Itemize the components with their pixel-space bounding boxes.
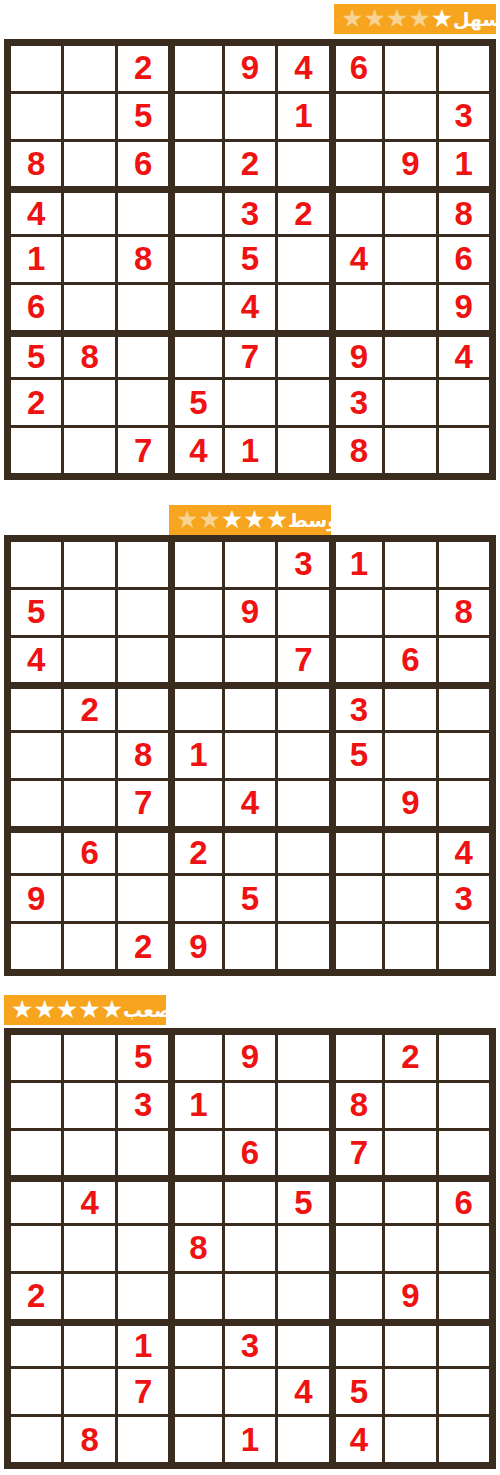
cell-r6c5[interactable] (225, 1274, 275, 1319)
banner-row-medium: ★★★★★ وسط (4, 505, 496, 535)
cell-r5c2[interactable] (64, 237, 114, 282)
cell-r2c6[interactable] (278, 590, 328, 635)
cell-r4c9[interactable]: 6 (439, 1178, 489, 1223)
cell-r8c6[interactable] (278, 380, 328, 425)
cell-r7c6[interactable] (278, 333, 328, 378)
cell-r9c2[interactable]: 8 (64, 1417, 114, 1462)
star-filled-icon: ★ (101, 996, 123, 1024)
cell-r4c4[interactable] (171, 1178, 221, 1223)
cell-r7c2[interactable] (64, 1322, 114, 1367)
cell-r5c3[interactable]: 8 (118, 733, 168, 778)
cell-r1c7[interactable] (332, 1035, 382, 1080)
cell-r1c1[interactable] (11, 542, 61, 587)
cell-r8c2[interactable] (64, 876, 114, 921)
cell-r7c3[interactable] (118, 829, 168, 874)
cell-r3c7[interactable]: 7 (332, 1131, 382, 1176)
cell-r4c9[interactable]: 8 (439, 189, 489, 234)
cell-r2c1[interactable] (11, 1083, 61, 1128)
difficulty-banner-medium: ★★★★★ وسط (169, 505, 331, 535)
cell-r5c3[interactable]: 8 (118, 237, 168, 282)
cell-r1c3[interactable]: 5 (118, 1035, 168, 1080)
star-filled-icon: ★ (431, 5, 453, 33)
cell-r9c9[interactable] (439, 924, 489, 969)
cell-r6c7[interactable] (332, 781, 382, 826)
cell-r5c9[interactable] (439, 1226, 489, 1271)
cell-r5c6[interactable] (278, 1226, 328, 1271)
cell-r5c8[interactable] (385, 237, 435, 282)
cell-r7c4[interactable] (171, 1322, 221, 1367)
star-unfilled-icon: ★ (198, 506, 220, 534)
star-filled-icon: ★ (243, 506, 265, 534)
star-filled-icon: ★ (56, 996, 78, 1024)
cell-r6c8[interactable] (385, 285, 435, 330)
cell-r4c3[interactable] (118, 685, 168, 730)
cell-r9c3[interactable]: 2 (118, 924, 168, 969)
cell-r8c5[interactable] (225, 1369, 275, 1414)
cell-r4c5[interactable] (225, 685, 275, 730)
cell-r7c6[interactable] (278, 829, 328, 874)
cell-r2c6[interactable] (278, 1083, 328, 1128)
cell-r7c2[interactable]: 6 (64, 829, 114, 874)
cell-r8c2[interactable] (64, 380, 114, 425)
cell-r2c2[interactable] (64, 590, 114, 635)
star-rating-medium: ★★★★★ (176, 506, 288, 534)
cell-r9c3[interactable] (118, 1417, 168, 1462)
cell-r6c4[interactable] (171, 781, 221, 826)
cell-r3c2[interactable] (64, 1131, 114, 1176)
difficulty-label-easy: سهل (453, 4, 500, 34)
cell-r1c5[interactable] (225, 542, 275, 587)
cell-r7c1[interactable] (11, 829, 61, 874)
cell-r3c1[interactable]: 8 (11, 142, 61, 187)
cell-r9c7[interactable] (332, 924, 382, 969)
cell-r6c1[interactable]: 6 (11, 285, 61, 330)
cell-r6c3[interactable]: 7 (118, 781, 168, 826)
cell-r8c6[interactable] (278, 876, 328, 921)
cell-r6c8[interactable]: 9 (385, 1274, 435, 1319)
sudoku-board-easy: 294651386291432818546649587942537418 (4, 39, 496, 480)
difficulty-label-hard: صعب (123, 995, 172, 1025)
cell-r5c1[interactable]: 1 (11, 237, 61, 282)
sudoku-sheet: ★★★★★ سهل 294651386291432818546649587942… (0, 0, 496, 1469)
cell-r5c7[interactable]: 5 (332, 733, 382, 778)
cell-r7c2[interactable]: 8 (64, 333, 114, 378)
cell-r3c4[interactable] (171, 638, 221, 683)
cell-r8c1[interactable]: 9 (11, 876, 61, 921)
cell-r2c5[interactable] (225, 94, 275, 139)
cell-r2c8[interactable] (385, 94, 435, 139)
cell-r4c8[interactable] (385, 1178, 435, 1223)
cell-r6c5[interactable]: 4 (225, 781, 275, 826)
cell-r6c9[interactable] (439, 781, 489, 826)
cell-r4c1[interactable] (11, 685, 61, 730)
cell-r4c7[interactable]: 3 (332, 685, 382, 730)
cell-r4c7[interactable] (332, 189, 382, 234)
cell-r6c1[interactable] (11, 781, 61, 826)
star-unfilled-icon: ★ (363, 5, 385, 33)
cell-r5c4[interactable]: 1 (171, 733, 221, 778)
cell-r7c7[interactable] (332, 1322, 382, 1367)
cell-r9c2[interactable] (64, 428, 114, 473)
cell-r8c1[interactable] (11, 1369, 61, 1414)
cell-r6c3[interactable] (118, 1274, 168, 1319)
cell-r9c9[interactable] (439, 1417, 489, 1462)
cell-r5c6[interactable] (278, 733, 328, 778)
cell-r8c9[interactable] (439, 380, 489, 425)
cell-r8c5[interactable]: 5 (225, 876, 275, 921)
cell-r2c3[interactable]: 5 (118, 94, 168, 139)
cell-r9c1[interactable] (11, 1417, 61, 1462)
cell-r5c1[interactable] (11, 1226, 61, 1271)
cell-r3c5[interactable]: 2 (225, 142, 275, 187)
star-unfilled-icon: ★ (386, 5, 408, 33)
cell-r6c9[interactable] (439, 1274, 489, 1319)
cell-r9c7[interactable]: 8 (332, 428, 382, 473)
cell-r1c2[interactable] (64, 1035, 114, 1080)
star-filled-icon: ★ (221, 506, 243, 534)
cell-r2c4[interactable] (171, 94, 221, 139)
cell-r2c2[interactable] (64, 94, 114, 139)
cell-r5c1[interactable] (11, 733, 61, 778)
cell-r5c8[interactable] (385, 733, 435, 778)
cell-r7c1[interactable]: 5 (11, 333, 61, 378)
cell-r3c8[interactable]: 9 (385, 142, 435, 187)
cell-r5c7[interactable]: 4 (332, 237, 382, 282)
cell-r2c6[interactable]: 1 (278, 94, 328, 139)
cell-r8c2[interactable] (64, 1369, 114, 1414)
cell-r8c9[interactable]: 3 (439, 876, 489, 921)
cell-r1c5[interactable]: 9 (225, 1035, 275, 1080)
cell-r4c2[interactable]: 4 (64, 1178, 114, 1223)
cell-r9c8[interactable] (385, 924, 435, 969)
star-rating-hard: ★★★★★ (11, 996, 123, 1024)
cell-r1c6[interactable]: 3 (278, 542, 328, 587)
cell-r1c2[interactable] (64, 46, 114, 91)
cell-r8c1[interactable]: 2 (11, 380, 61, 425)
cell-r6c6[interactable] (278, 1274, 328, 1319)
cell-r9c7[interactable]: 4 (332, 1417, 382, 1462)
cell-r8c8[interactable] (385, 1369, 435, 1414)
cell-r1c3[interactable]: 2 (118, 46, 168, 91)
cell-r1c9[interactable] (439, 542, 489, 587)
cell-r5c2[interactable] (64, 1226, 114, 1271)
cell-r8c8[interactable] (385, 876, 435, 921)
cell-r6c2[interactable] (64, 781, 114, 826)
cell-r1c4[interactable] (171, 46, 221, 91)
cell-r5c4[interactable]: 8 (171, 1226, 221, 1271)
cell-r3c9[interactable] (439, 638, 489, 683)
cell-r3c2[interactable] (64, 638, 114, 683)
cell-r3c3[interactable]: 6 (118, 142, 168, 187)
cell-r1c2[interactable] (64, 542, 114, 587)
sudoku-board-hard: 5923186745682913745814 (4, 1028, 496, 1469)
cell-r8c6[interactable]: 4 (278, 1369, 328, 1414)
cell-r5c6[interactable] (278, 237, 328, 282)
cell-r9c4[interactable]: 9 (171, 924, 221, 969)
cell-r1c8[interactable] (385, 46, 435, 91)
cell-r8c7[interactable] (332, 876, 382, 921)
cell-r5c3[interactable] (118, 1226, 168, 1271)
cell-r3c9[interactable]: 1 (439, 142, 489, 187)
cell-r6c7[interactable] (332, 285, 382, 330)
star-filled-icon: ★ (11, 996, 33, 1024)
cell-r6c8[interactable]: 9 (385, 781, 435, 826)
cell-r9c4[interactable] (171, 1417, 221, 1462)
cell-r4c8[interactable] (385, 685, 435, 730)
cell-r4c5[interactable]: 3 (225, 189, 275, 234)
cell-r2c2[interactable] (64, 1083, 114, 1128)
cell-r3c9[interactable] (439, 1131, 489, 1176)
cell-r5c8[interactable] (385, 1226, 435, 1271)
cell-r2c7[interactable] (332, 94, 382, 139)
cell-r7c8[interactable] (385, 333, 435, 378)
star-unfilled-icon: ★ (341, 5, 363, 33)
cell-r4c1[interactable]: 4 (11, 189, 61, 234)
star-unfilled-icon: ★ (176, 506, 198, 534)
cell-r5c4[interactable] (171, 237, 221, 282)
cell-r5c2[interactable] (64, 733, 114, 778)
cell-r4c3[interactable] (118, 1178, 168, 1223)
cell-r2c1[interactable]: 5 (11, 590, 61, 635)
cell-r9c8[interactable] (385, 1417, 435, 1462)
cell-r2c7[interactable]: 8 (332, 1083, 382, 1128)
cell-r4c2[interactable] (64, 189, 114, 234)
cell-r8c7[interactable]: 3 (332, 380, 382, 425)
star-rating-easy: ★★★★★ (341, 5, 453, 33)
cell-r9c6[interactable] (278, 924, 328, 969)
cell-r3c2[interactable] (64, 142, 114, 187)
cell-r1c3[interactable] (118, 542, 168, 587)
cell-r3c6[interactable] (278, 142, 328, 187)
cell-r9c6[interactable] (278, 428, 328, 473)
cell-r3c7[interactable] (332, 638, 382, 683)
cell-r9c5[interactable]: 1 (225, 1417, 275, 1462)
cell-r4c8[interactable] (385, 189, 435, 234)
cell-r9c5[interactable] (225, 924, 275, 969)
cell-r9c1[interactable] (11, 924, 61, 969)
cell-r1c8[interactable]: 2 (385, 1035, 435, 1080)
cell-r3c1[interactable]: 4 (11, 638, 61, 683)
cell-r1c9[interactable] (439, 46, 489, 91)
cell-r4c9[interactable] (439, 685, 489, 730)
cell-r4c3[interactable] (118, 189, 168, 234)
cell-r1c7[interactable]: 1 (332, 542, 382, 587)
cell-r9c8[interactable] (385, 428, 435, 473)
cell-r2c9[interactable]: 3 (439, 94, 489, 139)
cell-r8c9[interactable] (439, 1369, 489, 1414)
cell-r7c3[interactable]: 1 (118, 1322, 168, 1367)
cell-r5c9[interactable]: 6 (439, 237, 489, 282)
cell-r8c3[interactable]: 7 (118, 1369, 168, 1414)
cell-r8c3[interactable] (118, 380, 168, 425)
cell-r2c5[interactable] (225, 1083, 275, 1128)
cell-r7c9[interactable]: 4 (439, 333, 489, 378)
cell-r2c1[interactable] (11, 94, 61, 139)
cell-r6c2[interactable] (64, 285, 114, 330)
cell-r3c1[interactable] (11, 1131, 61, 1176)
cell-r8c7[interactable]: 5 (332, 1369, 382, 1414)
cell-r7c4[interactable]: 2 (171, 829, 221, 874)
cell-r1c6[interactable]: 4 (278, 46, 328, 91)
difficulty-banner-easy: ★★★★★ سهل (334, 4, 496, 34)
cell-r7c7[interactable]: 9 (332, 333, 382, 378)
cell-r4c4[interactable] (171, 685, 221, 730)
cell-r9c2[interactable] (64, 924, 114, 969)
cell-r9c6[interactable] (278, 1417, 328, 1462)
cell-r9c1[interactable] (11, 428, 61, 473)
cell-r7c1[interactable] (11, 1322, 61, 1367)
cell-r6c4[interactable] (171, 285, 221, 330)
cell-r1c4[interactable] (171, 1035, 221, 1080)
cell-r2c8[interactable] (385, 1083, 435, 1128)
cell-r1c4[interactable] (171, 542, 221, 587)
cell-r3c5[interactable]: 6 (225, 1131, 275, 1176)
cell-r7c8[interactable] (385, 829, 435, 874)
cell-r2c9[interactable]: 8 (439, 590, 489, 635)
cell-r6c5[interactable]: 4 (225, 285, 275, 330)
cell-r3c5[interactable] (225, 638, 275, 683)
cell-r3c6[interactable] (278, 1131, 328, 1176)
cell-r9c3[interactable]: 7 (118, 428, 168, 473)
cell-r2c4[interactable]: 1 (171, 1083, 221, 1128)
cell-r8c4[interactable] (171, 1369, 221, 1414)
cell-r4c4[interactable] (171, 189, 221, 234)
cell-r3c4[interactable] (171, 1131, 221, 1176)
cell-r1c7[interactable]: 6 (332, 46, 382, 91)
cell-r2c5[interactable]: 9 (225, 590, 275, 635)
cell-r9c5[interactable]: 1 (225, 428, 275, 473)
cell-r8c5[interactable] (225, 380, 275, 425)
cell-r8c8[interactable] (385, 380, 435, 425)
cell-r2c8[interactable] (385, 590, 435, 635)
cell-r3c8[interactable]: 6 (385, 638, 435, 683)
cell-r4c7[interactable] (332, 1178, 382, 1223)
cell-r3c3[interactable] (118, 1131, 168, 1176)
cell-r8c4[interactable] (171, 876, 221, 921)
sudoku-board-medium: 315984762381574962495329 (4, 535, 496, 976)
cell-r2c4[interactable] (171, 590, 221, 635)
cell-r6c1[interactable]: 2 (11, 1274, 61, 1319)
cell-r7c9[interactable]: 4 (439, 829, 489, 874)
cell-r7c5[interactable] (225, 829, 275, 874)
cell-r6c9[interactable]: 9 (439, 285, 489, 330)
cell-r5c9[interactable] (439, 733, 489, 778)
cell-r7c6[interactable] (278, 1322, 328, 1367)
cell-r7c7[interactable] (332, 829, 382, 874)
cell-r4c1[interactable] (11, 1178, 61, 1223)
cell-r1c6[interactable] (278, 1035, 328, 1080)
cell-r1c1[interactable] (11, 1035, 61, 1080)
cell-r5c5[interactable] (225, 733, 275, 778)
cell-r2c9[interactable] (439, 1083, 489, 1128)
cell-r6c6[interactable] (278, 781, 328, 826)
cell-r2c7[interactable] (332, 590, 382, 635)
cell-r8c4[interactable]: 5 (171, 380, 221, 425)
cell-r7c5[interactable]: 7 (225, 333, 275, 378)
cell-r3c6[interactable]: 7 (278, 638, 328, 683)
cell-r7c4[interactable] (171, 333, 221, 378)
cell-r9c4[interactable]: 4 (171, 428, 221, 473)
cell-r1c1[interactable] (11, 46, 61, 91)
cell-r4c6[interactable]: 2 (278, 189, 328, 234)
cell-r4c5[interactable] (225, 1178, 275, 1223)
cell-r6c2[interactable] (64, 1274, 114, 1319)
cell-r2c3[interactable] (118, 590, 168, 635)
cell-r7c8[interactable] (385, 1322, 435, 1367)
cell-r1c5[interactable]: 9 (225, 46, 275, 91)
cell-r9c9[interactable] (439, 428, 489, 473)
cell-r8c3[interactable] (118, 876, 168, 921)
cell-r6c7[interactable] (332, 1274, 382, 1319)
star-filled-icon: ★ (78, 996, 100, 1024)
cell-r6c3[interactable] (118, 285, 168, 330)
cell-r6c4[interactable] (171, 1274, 221, 1319)
cell-r5c5[interactable] (225, 1226, 275, 1271)
cell-r3c3[interactable] (118, 638, 168, 683)
cell-r3c7[interactable] (332, 142, 382, 187)
cell-r6c6[interactable] (278, 285, 328, 330)
cell-r7c3[interactable] (118, 333, 168, 378)
cell-r7c5[interactable]: 3 (225, 1322, 275, 1367)
star-filled-icon: ★ (33, 996, 55, 1024)
cell-r2c3[interactable]: 3 (118, 1083, 168, 1128)
cell-r5c7[interactable] (332, 1226, 382, 1271)
star-filled-icon: ★ (266, 506, 288, 534)
cell-r3c8[interactable] (385, 1131, 435, 1176)
cell-r3c4[interactable] (171, 142, 221, 187)
cell-r4c6[interactable] (278, 685, 328, 730)
star-unfilled-icon: ★ (408, 5, 430, 33)
banner-row-easy: ★★★★★ سهل (4, 4, 496, 34)
banner-row-hard: ★★★★★ صعب (4, 995, 496, 1025)
cell-r1c9[interactable] (439, 1035, 489, 1080)
cell-r4c6[interactable]: 5 (278, 1178, 328, 1223)
cell-r5c5[interactable]: 5 (225, 237, 275, 282)
difficulty-banner-hard: ★★★★★ صعب (4, 995, 166, 1025)
cell-r4c2[interactable]: 2 (64, 685, 114, 730)
cell-r1c8[interactable] (385, 542, 435, 587)
cell-r7c9[interactable] (439, 1322, 489, 1367)
difficulty-label-medium: وسط (288, 505, 339, 535)
